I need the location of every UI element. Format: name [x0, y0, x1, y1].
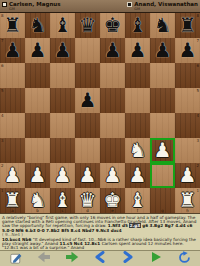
white-color-icon [2, 2, 7, 7]
square-f7[interactable]: ♟ [125, 38, 150, 63]
white-pawn-a2: ♟ [0, 163, 25, 188]
previous-move-button[interactable] [92, 252, 108, 266]
white-bishop-c1: ♝ [50, 188, 75, 213]
square-c3[interactable] [50, 138, 75, 163]
square-d1[interactable]: ♛ [75, 188, 100, 213]
square-g7[interactable]: ♟ [150, 38, 175, 63]
square-g4[interactable] [150, 113, 175, 138]
white-pawn-b2: ♟ [25, 163, 50, 188]
white-pawn-f2: ♟ [125, 163, 150, 188]
refresh-sync-icon [178, 251, 191, 266]
black-knight-b8: ♞ [25, 13, 50, 38]
square-a4[interactable] [0, 113, 25, 138]
square-e2[interactable]: ♟ [100, 163, 125, 188]
square-d3[interactable] [75, 138, 100, 163]
edit-annotation-button[interactable] [8, 252, 24, 266]
right-arrow-icon [65, 251, 79, 266]
left-arrow-icon [37, 251, 51, 266]
play-icon [150, 251, 162, 266]
square-g8[interactable]: ♞ [150, 13, 175, 38]
square-e6[interactable] [100, 63, 125, 88]
square-g6[interactable] [150, 63, 175, 88]
black-player-name: Anand, Viswanathan [134, 1, 198, 7]
refresh-button[interactable] [176, 252, 192, 266]
square-b4[interactable] [25, 113, 50, 138]
square-h1[interactable]: ♜ [175, 188, 200, 213]
square-f8[interactable]: ♝ [125, 13, 150, 38]
previous-game-button[interactable] [36, 252, 52, 266]
square-g1[interactable] [150, 188, 175, 213]
square-e1[interactable]: ♚ [100, 188, 125, 213]
square-h2[interactable]: ♟ [175, 163, 200, 188]
square-d4[interactable] [75, 113, 100, 138]
white-rook-h1: ♜ [175, 188, 200, 213]
square-c6[interactable] [50, 63, 75, 88]
black-player-block: Anand, Viswanathan GM [127, 1, 198, 11]
black-pawn-d5: ♟ [75, 88, 100, 113]
white-pawn-c2: ♟ [50, 163, 75, 188]
black-rook-h8: ♜ [175, 13, 200, 38]
square-g5[interactable] [150, 88, 175, 113]
square-d5[interactable]: ♟ [75, 88, 100, 113]
square-b8[interactable]: ♞ [25, 13, 50, 38]
square-h4[interactable] [175, 113, 200, 138]
square-d7[interactable] [75, 38, 100, 63]
square-c5[interactable] [50, 88, 75, 113]
square-e3[interactable] [100, 138, 125, 163]
square-f1[interactable]: ♝ [125, 188, 150, 213]
annotation-pane[interactable]: A relatively "boring" first game, with o… [0, 213, 200, 250]
white-pawn-h2: ♟ [175, 163, 200, 188]
chevron-right-icon [122, 251, 134, 266]
square-c7[interactable]: ♟ [50, 38, 75, 63]
white-queen-d1: ♛ [75, 188, 100, 213]
black-rook-a8: ♜ [0, 13, 25, 38]
next-game-button[interactable] [64, 252, 80, 266]
white-player-block: Carlsen, Magnus GM [2, 1, 61, 11]
black-pawn-f7: ♟ [125, 38, 150, 63]
square-b6[interactable] [25, 63, 50, 88]
black-queen-d8: ♛ [75, 13, 100, 38]
move-text[interactable]: 2.g3 [129, 223, 140, 228]
square-a8[interactable]: ♜ [0, 13, 25, 38]
square-b7[interactable]: ♟ [25, 38, 50, 63]
white-pawn-e2: ♟ [100, 163, 125, 188]
square-a6[interactable] [0, 63, 25, 88]
black-knight-g8: ♞ [150, 13, 175, 38]
square-a5[interactable] [0, 88, 25, 113]
black-player-subtitle: GM [134, 7, 198, 11]
white-pawn-d2: ♟ [75, 163, 100, 188]
square-b5[interactable] [25, 88, 50, 113]
black-king-e8: ♚ [100, 13, 125, 38]
square-h8[interactable]: ♜ [175, 13, 200, 38]
square-h7[interactable]: ♟ [175, 38, 200, 63]
black-pawn-g7: ♟ [150, 38, 175, 63]
next-move-button[interactable] [120, 252, 136, 266]
square-f4[interactable] [125, 113, 150, 138]
square-e4[interactable] [100, 113, 125, 138]
square-c2[interactable]: ♟ [50, 163, 75, 188]
square-c1[interactable]: ♝ [50, 188, 75, 213]
square-c8[interactable]: ♝ [50, 13, 75, 38]
white-player-subtitle: GM [9, 7, 61, 11]
black-pawn-h7: ♟ [175, 38, 200, 63]
square-h6[interactable] [175, 63, 200, 88]
black-pawn-a7: ♟ [0, 38, 25, 63]
square-g3[interactable]: ♟ [150, 138, 175, 163]
square-e5[interactable] [100, 88, 125, 113]
square-d8[interactable]: ♛ [75, 13, 100, 38]
square-a3[interactable] [0, 138, 25, 163]
square-f2[interactable]: ♟ [125, 163, 150, 188]
edit-annotation-icon [10, 251, 23, 266]
white-pawn-g3: ♟ [150, 138, 175, 163]
square-e8[interactable]: ♚ [100, 13, 125, 38]
white-knight-b1: ♞ [25, 188, 50, 213]
square-a7[interactable]: ♟ [0, 38, 25, 63]
white-knight-f3: ♞ [125, 138, 150, 163]
black-pawn-c7: ♟ [50, 38, 75, 63]
square-d2[interactable]: ♟ [75, 163, 100, 188]
square-b2[interactable]: ♟ [25, 163, 50, 188]
chevron-left-icon [94, 251, 106, 266]
square-h5[interactable] [175, 88, 200, 113]
black-pawn-b7: ♟ [25, 38, 50, 63]
square-f3[interactable]: ♞ [125, 138, 150, 163]
navigation-toolbar [0, 250, 200, 266]
square-h3[interactable] [175, 138, 200, 163]
square-f6[interactable] [125, 63, 150, 88]
square-d6[interactable] [75, 63, 100, 88]
black-bishop-c8: ♝ [50, 13, 75, 38]
white-player-name: Carlsen, Magnus [9, 1, 61, 7]
white-king-e1: ♚ [100, 188, 125, 213]
square-e7[interactable]: ♟ [100, 38, 125, 63]
square-c4[interactable] [50, 113, 75, 138]
white-rook-a1: ♜ [0, 188, 25, 213]
square-g2[interactable] [150, 163, 175, 188]
black-bishop-f8: ♝ [125, 13, 150, 38]
play-button[interactable] [148, 252, 164, 266]
square-b3[interactable] [25, 138, 50, 163]
square-a1[interactable]: ♜ [0, 188, 25, 213]
chess-board[interactable]: ♜♞♝♛♚♝♞♜♟♟♟♟♟♟♟♟♞♟♟♟♟♟♟♟♟♜♞♝♛♚♝♜88776655… [0, 13, 200, 213]
square-b1[interactable]: ♞ [25, 188, 50, 213]
square-a2[interactable]: ♟ [0, 163, 25, 188]
player-header: Carlsen, Magnus GM Anand, Viswanathan GM [0, 0, 200, 13]
square-f5[interactable] [125, 88, 150, 113]
black-color-icon [127, 2, 132, 7]
white-bishop-f1: ♝ [125, 188, 150, 213]
black-pawn-e7: ♟ [100, 38, 125, 63]
